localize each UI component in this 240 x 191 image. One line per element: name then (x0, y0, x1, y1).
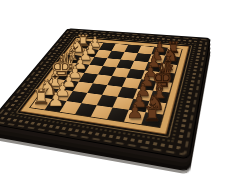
chess-board-box (24, 0, 200, 164)
square-h8 (141, 112, 162, 127)
chess-set-photo: ♜♞♝♛♚♝♞♜♟♟♟♟♟♟♟♟♟♟♟♟♟♟♟♟♜♞♝♛♚♝♞♜ (0, 0, 240, 191)
